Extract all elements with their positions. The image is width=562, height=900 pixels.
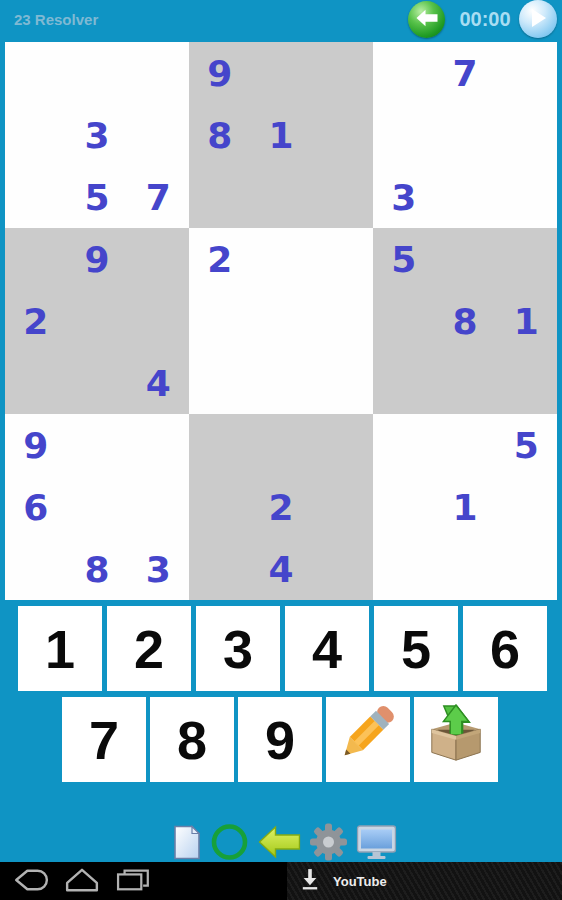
cell-r1c3[interactable] bbox=[128, 42, 189, 104]
cell-r3c1[interactable] bbox=[5, 166, 66, 228]
cell-r3c7[interactable]: 3 bbox=[373, 166, 434, 228]
play-button[interactable] bbox=[519, 0, 557, 38]
android-nav-bar: YouTube bbox=[0, 862, 562, 900]
cell-r1c5[interactable] bbox=[250, 42, 311, 104]
cell-r1c8[interactable]: 7 bbox=[434, 42, 495, 104]
cell-r5c8[interactable]: 8 bbox=[434, 290, 495, 352]
numpad-2[interactable]: 2 bbox=[107, 606, 191, 691]
back-arrow-icon bbox=[415, 7, 439, 32]
cell-r2c8[interactable] bbox=[434, 104, 495, 166]
numpad-8[interactable]: 8 bbox=[150, 697, 234, 782]
cell-r9c3[interactable]: 3 bbox=[128, 538, 189, 600]
page-title: 23 Resolver bbox=[14, 11, 408, 28]
cell-r6c9[interactable] bbox=[496, 352, 557, 414]
circle-icon bbox=[210, 822, 250, 865]
cell-r5c5[interactable] bbox=[250, 290, 311, 352]
cell-r8c1[interactable]: 6 bbox=[5, 476, 66, 538]
undo-back-button[interactable] bbox=[408, 1, 445, 38]
numpad-7[interactable]: 7 bbox=[62, 697, 146, 782]
cell-r6c7[interactable] bbox=[373, 352, 434, 414]
cell-r9c9[interactable] bbox=[496, 538, 557, 600]
cell-r2c4[interactable]: 8 bbox=[189, 104, 250, 166]
notification-app-label: YouTube bbox=[333, 874, 387, 889]
cell-r1c2[interactable] bbox=[66, 42, 127, 104]
cell-r3c9[interactable] bbox=[496, 166, 557, 228]
cell-r5c3[interactable] bbox=[128, 290, 189, 352]
cell-r4c5[interactable] bbox=[250, 228, 311, 290]
numpad-1[interactable]: 1 bbox=[18, 606, 102, 691]
cell-r1c4[interactable]: 9 bbox=[189, 42, 250, 104]
back-arrow-icon bbox=[259, 825, 301, 862]
settings-button[interactable] bbox=[310, 823, 348, 864]
system-home-icon bbox=[63, 867, 101, 896]
cell-r7c4[interactable] bbox=[189, 414, 250, 476]
cell-r7c6[interactable] bbox=[312, 414, 373, 476]
cell-r7c1[interactable]: 9 bbox=[5, 414, 66, 476]
cell-r2c9[interactable] bbox=[496, 104, 557, 166]
cell-r9c7[interactable] bbox=[373, 538, 434, 600]
numpad-row-2: 7 8 9 bbox=[62, 697, 498, 782]
cell-r6c8[interactable] bbox=[434, 352, 495, 414]
cell-r8c5[interactable]: 2 bbox=[250, 476, 311, 538]
cell-r6c5[interactable] bbox=[250, 352, 311, 414]
system-recents-icon bbox=[113, 867, 151, 896]
cell-r2c3[interactable] bbox=[128, 104, 189, 166]
monitor-icon bbox=[357, 825, 397, 862]
system-back-icon bbox=[13, 867, 51, 896]
cell-r1c6[interactable] bbox=[312, 42, 373, 104]
cell-r4c4[interactable]: 2 bbox=[189, 228, 250, 290]
top-bar: 23 Resolver 00:00 bbox=[0, 0, 562, 38]
cell-r3c8[interactable] bbox=[434, 166, 495, 228]
cell-r2c7[interactable] bbox=[373, 104, 434, 166]
cell-r8c3[interactable] bbox=[128, 476, 189, 538]
system-home-button[interactable] bbox=[60, 862, 104, 900]
cell-r9c8[interactable] bbox=[434, 538, 495, 600]
cell-r8c9[interactable] bbox=[496, 476, 557, 538]
cell-r7c2[interactable] bbox=[66, 414, 127, 476]
cell-r8c4[interactable] bbox=[189, 476, 250, 538]
cell-r9c1[interactable] bbox=[5, 538, 66, 600]
pencil-notes-button[interactable] bbox=[326, 697, 410, 782]
cell-r7c9[interactable]: 5 bbox=[496, 414, 557, 476]
numpad-6[interactable]: 6 bbox=[463, 606, 547, 691]
undo-button[interactable] bbox=[259, 825, 301, 862]
box-up-arrow-icon bbox=[425, 703, 487, 777]
new-game-button[interactable] bbox=[174, 825, 201, 863]
cell-r3c4[interactable] bbox=[189, 166, 250, 228]
system-recents-button[interactable] bbox=[110, 862, 154, 900]
new-document-icon bbox=[174, 825, 201, 863]
numpad-4[interactable]: 4 bbox=[285, 606, 369, 691]
cell-r4c8[interactable] bbox=[434, 228, 495, 290]
cell-r4c7[interactable]: 5 bbox=[373, 228, 434, 290]
numpad-9[interactable]: 9 bbox=[238, 697, 322, 782]
cell-r7c5[interactable] bbox=[250, 414, 311, 476]
cell-r1c9[interactable] bbox=[496, 42, 557, 104]
cell-r8c8[interactable]: 1 bbox=[434, 476, 495, 538]
cell-r5c2[interactable] bbox=[66, 290, 127, 352]
cell-r6c6[interactable] bbox=[312, 352, 373, 414]
cell-r6c3[interactable]: 4 bbox=[128, 352, 189, 414]
numpad-5[interactable]: 5 bbox=[374, 606, 458, 691]
cell-r8c7[interactable] bbox=[373, 476, 434, 538]
cell-r3c6[interactable] bbox=[312, 166, 373, 228]
cell-r1c7[interactable] bbox=[373, 42, 434, 104]
cell-r2c5[interactable]: 1 bbox=[250, 104, 311, 166]
cell-r4c1[interactable] bbox=[5, 228, 66, 290]
gear-icon bbox=[310, 823, 348, 864]
numpad-row-1: 1 2 3 4 5 6 bbox=[18, 606, 547, 691]
system-back-button[interactable] bbox=[10, 862, 54, 900]
display-button[interactable] bbox=[357, 825, 397, 862]
cell-r2c2[interactable]: 3 bbox=[66, 104, 127, 166]
cell-r5c6[interactable] bbox=[312, 290, 373, 352]
pencil-icon bbox=[335, 701, 401, 779]
cell-r7c8[interactable] bbox=[434, 414, 495, 476]
cell-r9c6[interactable] bbox=[312, 538, 373, 600]
cell-r5c9[interactable]: 1 bbox=[496, 290, 557, 352]
cell-r8c6[interactable] bbox=[312, 476, 373, 538]
play-icon bbox=[528, 7, 548, 32]
sudoku-app: 23 Resolver 00:00 9738157392528149562183… bbox=[0, 0, 562, 900]
cell-r7c3[interactable] bbox=[128, 414, 189, 476]
cell-r9c5[interactable]: 4 bbox=[250, 538, 311, 600]
cell-r6c2[interactable] bbox=[66, 352, 127, 414]
sudoku-board: 97381573925281495621834 bbox=[5, 42, 557, 600]
check-circle-button[interactable] bbox=[210, 822, 250, 865]
cell-r4c6[interactable] bbox=[312, 228, 373, 290]
cell-r3c2[interactable]: 5 bbox=[66, 166, 127, 228]
cell-r3c5[interactable] bbox=[250, 166, 311, 228]
youtube-notification[interactable]: YouTube bbox=[287, 862, 562, 900]
cell-r4c3[interactable] bbox=[128, 228, 189, 290]
cell-r7c7[interactable] bbox=[373, 414, 434, 476]
cell-r9c2[interactable]: 8 bbox=[66, 538, 127, 600]
cell-r3c3[interactable]: 7 bbox=[128, 166, 189, 228]
numpad-3[interactable]: 3 bbox=[196, 606, 280, 691]
cell-r9c4[interactable] bbox=[189, 538, 250, 600]
cell-r6c4[interactable] bbox=[189, 352, 250, 414]
cell-r5c1[interactable]: 2 bbox=[5, 290, 66, 352]
extract-clear-button[interactable] bbox=[414, 697, 498, 782]
cell-r6c1[interactable] bbox=[5, 352, 66, 414]
cell-r8c2[interactable] bbox=[66, 476, 127, 538]
cell-r4c2[interactable]: 9 bbox=[66, 228, 127, 290]
cell-r5c7[interactable] bbox=[373, 290, 434, 352]
cell-r2c6[interactable] bbox=[312, 104, 373, 166]
timer-display: 00:00 bbox=[459, 8, 511, 31]
cell-r5c4[interactable] bbox=[189, 290, 250, 352]
cell-r2c1[interactable] bbox=[5, 104, 66, 166]
bottom-toolbar bbox=[174, 822, 397, 865]
cell-r4c9[interactable] bbox=[496, 228, 557, 290]
cell-r1c1[interactable] bbox=[5, 42, 66, 104]
download-icon bbox=[301, 868, 319, 894]
